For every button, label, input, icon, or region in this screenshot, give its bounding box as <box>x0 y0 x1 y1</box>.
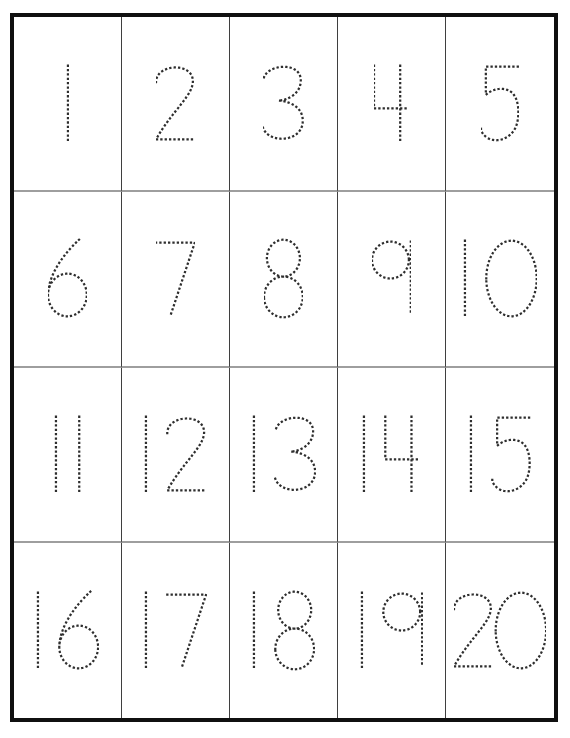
cell-r1c5-number-5 <box>446 17 554 192</box>
cell-r4c4-number-19 <box>338 543 446 718</box>
number-6-dotted <box>48 230 87 327</box>
number-18-dotted <box>252 582 314 679</box>
number-3-dotted <box>263 55 304 152</box>
number-19-dotted <box>360 582 422 679</box>
cell-r2c3-number-8 <box>230 192 338 367</box>
number-5-dotted <box>481 55 519 152</box>
cell-r2c2-number-7 <box>122 192 230 367</box>
cell-r3c2-number-12 <box>122 368 230 543</box>
number-15-dotted <box>469 406 530 503</box>
cell-r2c5-number-10 <box>446 192 554 367</box>
cell-r1c4-number-4 <box>338 17 446 192</box>
number-4-dotted <box>374 55 410 152</box>
cell-r2c1-number-6 <box>14 192 122 367</box>
cell-r4c5-number-20 <box>446 543 554 718</box>
cell-r3c4-number-14 <box>338 368 446 543</box>
tracing-grid <box>10 13 558 722</box>
cell-r2c4-number-9 <box>338 192 446 367</box>
number-11-dotted <box>54 406 81 503</box>
cell-r3c5-number-15 <box>446 368 554 543</box>
cell-r1c1-number-1 <box>14 17 122 192</box>
cell-r4c2-number-17 <box>122 543 230 718</box>
number-20-dotted <box>454 582 546 679</box>
cell-r1c2-number-2 <box>122 17 230 192</box>
cell-r3c1-number-11 <box>14 368 122 543</box>
number-1-dotted <box>66 55 70 152</box>
number-16-dotted <box>36 582 98 679</box>
number-14-dotted <box>362 406 421 503</box>
number-7-dotted <box>156 230 195 327</box>
number-2-dotted <box>156 55 196 152</box>
number-17-dotted <box>144 582 206 679</box>
number-8-dotted <box>264 230 303 327</box>
cell-r4c3-number-18 <box>230 543 338 718</box>
number-10-dotted <box>463 230 537 327</box>
number-13-dotted <box>252 406 316 503</box>
number-12-dotted <box>144 406 207 503</box>
cell-r3c3-number-13 <box>230 368 338 543</box>
cell-r1c3-number-3 <box>230 17 338 192</box>
cell-r4c1-number-16 <box>14 543 122 718</box>
number-9-dotted <box>372 230 411 327</box>
